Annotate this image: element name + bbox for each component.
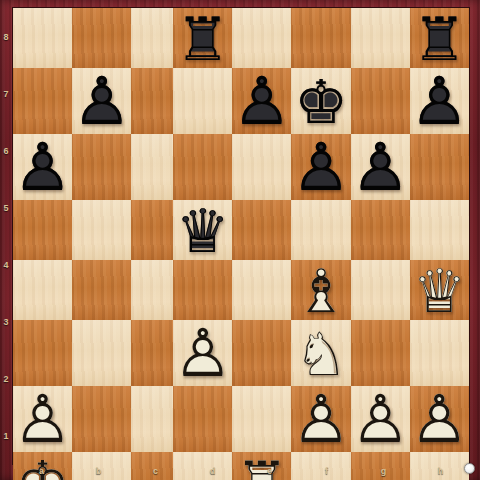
black-queen[interactable]: ♛ bbox=[176, 201, 230, 261]
square-a3[interactable] bbox=[13, 320, 72, 386]
file-label-h: h bbox=[412, 466, 469, 476]
file-label-g: g bbox=[355, 466, 412, 476]
square-b2[interactable] bbox=[72, 386, 131, 452]
square-b7[interactable]: ♟ bbox=[72, 68, 131, 134]
file-label-d: d bbox=[184, 466, 241, 476]
square-d2[interactable] bbox=[173, 386, 232, 452]
square-c5[interactable] bbox=[131, 200, 173, 260]
black-king[interactable]: ♚ bbox=[294, 72, 348, 132]
square-g7[interactable] bbox=[351, 68, 410, 134]
white-pawn[interactable]: ♟ bbox=[410, 387, 469, 453]
square-h6[interactable] bbox=[410, 134, 469, 200]
square-e2[interactable] bbox=[232, 386, 291, 452]
square-a4[interactable] bbox=[13, 260, 72, 320]
square-a2[interactable]: ♟ bbox=[13, 386, 72, 452]
square-h2[interactable]: ♟ bbox=[410, 386, 469, 452]
white-queen[interactable]: ♛ bbox=[413, 261, 467, 321]
white-bishop[interactable]: ♝ bbox=[294, 261, 348, 321]
rank-label-3: 3 bbox=[0, 317, 12, 327]
square-c2[interactable] bbox=[131, 386, 173, 452]
square-h3[interactable] bbox=[410, 320, 469, 386]
square-g3[interactable] bbox=[351, 320, 410, 386]
square-g5[interactable] bbox=[351, 200, 410, 260]
square-f8[interactable] bbox=[291, 8, 350, 68]
square-b8[interactable] bbox=[72, 8, 131, 68]
square-c4[interactable] bbox=[131, 260, 173, 320]
square-g8[interactable] bbox=[351, 8, 410, 68]
rank-label-6: 6 bbox=[0, 146, 12, 156]
square-c8[interactable] bbox=[131, 8, 173, 68]
square-e7[interactable]: ♟ bbox=[232, 68, 291, 134]
square-g6[interactable]: ♟ bbox=[351, 134, 410, 200]
rank-label-4: 4 bbox=[0, 260, 12, 270]
square-a5[interactable] bbox=[13, 200, 72, 260]
chess-board-window: ♜♜♟♟♚♟♟♟♟♛♝♛♟♞♟♟♟♟♚♜ 87654321abcdefgh bbox=[0, 0, 480, 480]
chess-board[interactable]: ♜♜♟♟♚♟♟♟♟♛♝♛♟♞♟♟♟♟♚♜ bbox=[12, 7, 470, 465]
black-pawn[interactable]: ♟ bbox=[410, 69, 469, 135]
black-pawn[interactable]: ♟ bbox=[291, 135, 350, 201]
square-a8[interactable] bbox=[13, 8, 72, 68]
square-h4[interactable]: ♛ bbox=[410, 260, 469, 320]
square-d8[interactable]: ♜ bbox=[173, 8, 232, 68]
square-b4[interactable] bbox=[72, 260, 131, 320]
black-pawn[interactable]: ♟ bbox=[72, 69, 131, 135]
file-label-a: a bbox=[13, 466, 70, 476]
rank-label-7: 7 bbox=[0, 89, 12, 99]
square-d3[interactable]: ♟ bbox=[173, 320, 232, 386]
square-c7[interactable] bbox=[131, 68, 173, 134]
square-c3[interactable] bbox=[131, 320, 173, 386]
file-label-e: e bbox=[241, 466, 298, 476]
square-e8[interactable] bbox=[232, 8, 291, 68]
square-h5[interactable] bbox=[410, 200, 469, 260]
square-e3[interactable] bbox=[232, 320, 291, 386]
square-f5[interactable] bbox=[291, 200, 350, 260]
square-e5[interactable] bbox=[232, 200, 291, 260]
square-f3[interactable]: ♞ bbox=[291, 320, 350, 386]
square-b3[interactable] bbox=[72, 320, 131, 386]
square-g2[interactable]: ♟ bbox=[351, 386, 410, 452]
file-label-c: c bbox=[127, 466, 184, 476]
square-c6[interactable] bbox=[131, 134, 173, 200]
square-h7[interactable]: ♟ bbox=[410, 68, 469, 134]
black-pawn[interactable]: ♟ bbox=[13, 135, 72, 201]
square-b5[interactable] bbox=[72, 200, 131, 260]
square-b6[interactable] bbox=[72, 134, 131, 200]
white-pawn[interactable]: ♟ bbox=[291, 387, 350, 453]
rank-label-8: 8 bbox=[0, 32, 12, 42]
white-pawn[interactable]: ♟ bbox=[351, 387, 410, 453]
square-a6[interactable]: ♟ bbox=[13, 134, 72, 200]
square-f2[interactable]: ♟ bbox=[291, 386, 350, 452]
rank-label-2: 2 bbox=[0, 374, 12, 384]
square-h8[interactable]: ♜ bbox=[410, 8, 469, 68]
square-e4[interactable] bbox=[232, 260, 291, 320]
black-pawn[interactable]: ♟ bbox=[232, 69, 291, 135]
rank-label-5: 5 bbox=[0, 203, 12, 213]
square-g4[interactable] bbox=[351, 260, 410, 320]
square-f6[interactable]: ♟ bbox=[291, 134, 350, 200]
square-f7[interactable]: ♚ bbox=[291, 68, 350, 134]
file-label-b: b bbox=[70, 466, 127, 476]
square-e6[interactable] bbox=[232, 134, 291, 200]
white-pawn[interactable]: ♟ bbox=[173, 321, 232, 387]
black-rook[interactable]: ♜ bbox=[413, 9, 467, 69]
black-rook[interactable]: ♜ bbox=[176, 9, 230, 69]
square-f4[interactable]: ♝ bbox=[291, 260, 350, 320]
square-d5[interactable]: ♛ bbox=[173, 200, 232, 260]
file-label-f: f bbox=[298, 466, 355, 476]
square-d7[interactable] bbox=[173, 68, 232, 134]
black-pawn[interactable]: ♟ bbox=[351, 135, 410, 201]
square-d6[interactable] bbox=[173, 134, 232, 200]
white-knight[interactable]: ♞ bbox=[294, 324, 348, 384]
square-d4[interactable] bbox=[173, 260, 232, 320]
white-pawn[interactable]: ♟ bbox=[13, 387, 72, 453]
rank-label-1: 1 bbox=[0, 431, 12, 441]
square-a7[interactable] bbox=[13, 68, 72, 134]
